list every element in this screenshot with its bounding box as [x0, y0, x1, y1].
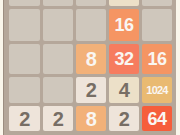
tile-4: 4	[109, 0, 139, 6]
tile-16: 16	[109, 9, 139, 41]
empty-cell	[76, 0, 106, 6]
empty-cell	[43, 0, 73, 6]
tile-1024: 1024	[142, 77, 172, 103]
tile-2: 2	[76, 77, 106, 103]
empty-cell	[9, 9, 40, 41]
empty-cell	[43, 9, 73, 41]
tile-2: 2	[43, 106, 73, 131]
tile-32: 32	[109, 44, 139, 74]
2048-board[interactable]: 41683216241024228264	[3, 0, 176, 135]
empty-cell	[9, 0, 40, 6]
empty-cell	[142, 9, 172, 41]
tile-8: 8	[76, 106, 106, 131]
tile-8: 8	[76, 44, 106, 74]
empty-cell	[43, 77, 73, 103]
game-screen: 41683216241024228264	[0, 0, 180, 135]
empty-cell	[9, 77, 40, 103]
tile-2: 2	[109, 106, 139, 131]
tile-2: 2	[9, 106, 40, 131]
tile-4: 4	[109, 77, 139, 103]
empty-cell	[43, 44, 73, 74]
tile-64: 64	[142, 106, 172, 131]
empty-cell	[9, 44, 40, 74]
empty-cell	[76, 9, 106, 41]
empty-cell	[142, 0, 172, 6]
tile-16: 16	[142, 44, 172, 74]
